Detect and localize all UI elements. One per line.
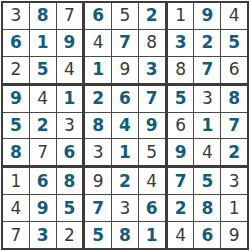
given-digit: 4 [37, 90, 48, 107]
solved-digit: 5 [37, 61, 49, 78]
sudoku-cell-r8c9[interactable]: 1 [221, 195, 247, 221]
sudoku-cell-r9c9[interactable]: 9 [221, 222, 247, 248]
given-digit: 3 [120, 200, 131, 217]
solved-digit: 9 [37, 200, 49, 217]
sudoku-cell-r3c7[interactable]: 8 [168, 57, 194, 83]
given-digit: 7 [64, 7, 75, 24]
solved-digit: 7 [92, 200, 104, 217]
solved-digit: 5 [201, 173, 213, 190]
solved-digit: 7 [175, 173, 187, 190]
sudoku-box-r0c0: 387619254 [3, 3, 82, 83]
sudoku-cell-r6c1[interactable]: 8 [3, 139, 29, 165]
given-digit: 3 [229, 173, 240, 190]
sudoku-cell-r9c3[interactable]: 2 [57, 222, 83, 248]
sudoku-cell-r8c8[interactable]: 8 [194, 195, 220, 221]
sudoku-cell-r3c6[interactable]: 3 [139, 57, 165, 83]
sudoku-cell-r5c5[interactable]: 4 [112, 113, 138, 139]
sudoku-cell-r6c3[interactable]: 6 [57, 139, 83, 165]
sudoku-cell-r7c2[interactable]: 6 [30, 168, 56, 194]
sudoku-cell-r4c5[interactable]: 6 [112, 86, 138, 112]
sudoku-cell-r3c8[interactable]: 7 [194, 57, 220, 83]
solved-digit: 6 [37, 173, 49, 190]
solved-digit: 8 [64, 173, 76, 190]
given-digit: 3 [10, 7, 21, 24]
sudoku-cell-r1c8[interactable]: 9 [194, 3, 220, 29]
sudoku-cell-r2c8[interactable]: 2 [194, 30, 220, 56]
sudoku-cell-r6c2[interactable]: 7 [30, 139, 56, 165]
solved-digit: 6 [64, 144, 76, 161]
sudoku-cell-r7c8[interactable]: 5 [194, 168, 220, 194]
sudoku-cell-r5c3[interactable]: 3 [57, 113, 83, 139]
sudoku-cell-r3c9[interactable]: 6 [221, 57, 247, 83]
sudoku-box-r0c1: 652478193 [85, 3, 164, 83]
given-digit: 4 [202, 144, 213, 161]
sudoku-box-r2c2: 753281469 [168, 168, 247, 248]
sudoku-cell-r1c7[interactable]: 1 [168, 3, 194, 29]
sudoku-cell-r2c2[interactable]: 1 [30, 30, 56, 56]
sudoku-cell-r5c2[interactable]: 2 [30, 113, 56, 139]
sudoku-cell-r3c4[interactable]: 1 [85, 57, 111, 83]
sudoku-cell-r7c1[interactable]: 1 [3, 168, 29, 194]
given-digit: 1 [229, 200, 240, 217]
given-digit: 6 [229, 61, 240, 78]
sudoku-cell-r9c4[interactable]: 5 [85, 222, 111, 248]
sudoku-cell-r4c7[interactable]: 5 [168, 86, 194, 112]
solved-digit: 7 [119, 34, 131, 51]
sudoku-cell-r7c3[interactable]: 8 [57, 168, 83, 194]
sudoku-box-r1c0: 941523876 [3, 86, 82, 166]
solved-digit: 8 [92, 117, 104, 134]
sudoku-cell-r2c1[interactable]: 6 [3, 30, 29, 56]
given-digit: 1 [10, 173, 21, 190]
sudoku-cell-r1c1[interactable]: 3 [3, 3, 29, 29]
solved-digit: 2 [119, 173, 131, 190]
given-digit: 8 [175, 61, 186, 78]
solved-digit: 1 [119, 144, 131, 161]
given-digit: 4 [10, 200, 21, 217]
solved-digit: 2 [146, 7, 158, 24]
sudoku-box-r1c1: 267849315 [85, 86, 164, 166]
sudoku-cell-r6c5[interactable]: 1 [112, 139, 138, 165]
sudoku-cell-r9c2[interactable]: 3 [30, 222, 56, 248]
sudoku-cell-r8c7[interactable]: 2 [168, 195, 194, 221]
solved-digit: 6 [10, 34, 22, 51]
solved-digit: 2 [175, 200, 187, 217]
solved-digit: 5 [10, 117, 22, 134]
sudoku-cell-r2c4[interactable]: 4 [85, 30, 111, 56]
solved-digit: 1 [64, 90, 76, 107]
sudoku-cell-r5c9[interactable]: 7 [221, 113, 247, 139]
solved-digit: 4 [119, 117, 131, 134]
sudoku-cell-r6c4[interactable]: 3 [85, 139, 111, 165]
sudoku-box-r2c0: 168495732 [3, 168, 82, 248]
sudoku-cell-r9c6[interactable]: 1 [139, 222, 165, 248]
sudoku-cell-r4c6[interactable]: 7 [139, 86, 165, 112]
given-digit: 3 [202, 90, 213, 107]
sudoku-cell-r2c3[interactable]: 9 [57, 30, 83, 56]
sudoku-cell-r8c3[interactable]: 5 [57, 195, 83, 221]
sudoku-cell-r5c4[interactable]: 8 [85, 113, 111, 139]
sudoku-cell-r4c3[interactable]: 1 [57, 86, 83, 112]
sudoku-box-r2c1: 924736581 [85, 168, 164, 248]
sudoku-cell-r4c1[interactable]: 9 [3, 86, 29, 112]
sudoku-cell-r3c1[interactable]: 2 [3, 57, 29, 83]
sudoku-cell-r4c9[interactable]: 8 [221, 86, 247, 112]
sudoku-board: 3876192546524781931943258769415238762678… [1, 1, 249, 250]
sudoku-cell-r8c5[interactable]: 3 [112, 195, 138, 221]
given-digit: 9 [229, 227, 240, 244]
solved-digit: 7 [146, 90, 158, 107]
sudoku-cell-r9c1[interactable]: 7 [3, 222, 29, 248]
given-digit: 8 [146, 34, 157, 51]
sudoku-cell-r5c1[interactable]: 5 [3, 113, 29, 139]
solved-digit: 3 [175, 34, 187, 51]
sudoku-cell-r1c3[interactable]: 7 [57, 3, 83, 29]
solved-digit: 8 [119, 227, 131, 244]
sudoku-cell-r1c5[interactable]: 5 [112, 3, 138, 29]
solved-digit: 5 [228, 34, 240, 51]
solved-digit: 9 [64, 34, 76, 51]
sudoku-cell-r3c5[interactable]: 9 [112, 57, 138, 83]
solved-digit: 8 [228, 90, 240, 107]
sudoku-cell-r1c9[interactable]: 4 [221, 3, 247, 29]
sudoku-cell-r5c8[interactable]: 1 [194, 113, 220, 139]
solved-digit: 9 [201, 7, 213, 24]
sudoku-cell-r5c7[interactable]: 6 [168, 113, 194, 139]
page: 3876192546524781931943258769415238762678… [0, 0, 250, 251]
given-digit: 4 [175, 227, 186, 244]
given-digit: 3 [64, 117, 75, 134]
sudoku-cell-r8c2[interactable]: 9 [30, 195, 56, 221]
sudoku-cell-r2c6[interactable]: 8 [139, 30, 165, 56]
solved-digit: 5 [92, 227, 104, 244]
solved-digit: 7 [228, 117, 240, 134]
sudoku-cell-r8c1[interactable]: 4 [3, 195, 29, 221]
sudoku-cell-r7c6[interactable]: 4 [139, 168, 165, 194]
given-digit: 4 [229, 7, 240, 24]
sudoku-box-r0c2: 194325876 [168, 3, 247, 83]
sudoku-cell-r5c6[interactable]: 9 [139, 113, 165, 139]
sudoku-cell-r9c7[interactable]: 4 [168, 222, 194, 248]
sudoku-cell-r8c6[interactable]: 6 [139, 195, 165, 221]
solved-digit: 6 [146, 200, 158, 217]
sudoku-cell-r4c2[interactable]: 4 [30, 86, 56, 112]
solved-digit: 2 [37, 117, 49, 134]
given-digit: 4 [146, 173, 157, 190]
given-digit: 6 [175, 117, 186, 134]
solved-digit: 9 [146, 117, 158, 134]
given-digit: 4 [64, 61, 75, 78]
given-digit: 4 [93, 34, 104, 51]
solved-digit: 1 [146, 227, 158, 244]
given-digit: 3 [93, 144, 104, 161]
sudoku-cell-r7c5[interactable]: 2 [112, 168, 138, 194]
solved-digit: 5 [64, 200, 76, 217]
solved-digit: 3 [146, 61, 158, 78]
solved-digit: 1 [92, 61, 104, 78]
sudoku-cell-r8c4[interactable]: 7 [85, 195, 111, 221]
solved-digit: 9 [175, 144, 187, 161]
solved-digit: 8 [201, 200, 213, 217]
solved-digit: 6 [119, 90, 131, 107]
solved-digit: 6 [201, 227, 213, 244]
solved-digit: 1 [201, 117, 213, 134]
given-digit: 9 [120, 61, 131, 78]
sudoku-cell-r4c4[interactable]: 2 [85, 86, 111, 112]
sudoku-cell-r1c6[interactable]: 2 [139, 3, 165, 29]
given-digit: 5 [120, 7, 131, 24]
given-digit: 9 [93, 173, 104, 190]
sudoku-cell-r7c7[interactable]: 7 [168, 168, 194, 194]
sudoku-cell-r3c2[interactable]: 5 [30, 57, 56, 83]
sudoku-cell-r2c9[interactable]: 5 [221, 30, 247, 56]
solved-digit: 8 [37, 7, 49, 24]
given-digit: 7 [10, 227, 21, 244]
given-digit: 2 [64, 227, 75, 244]
sudoku-cell-r7c4[interactable]: 9 [85, 168, 111, 194]
sudoku-cell-r9c5[interactable]: 8 [112, 222, 138, 248]
solved-digit: 2 [92, 90, 104, 107]
sudoku-cell-r6c7[interactable]: 9 [168, 139, 194, 165]
sudoku-cell-r6c8[interactable]: 4 [194, 139, 220, 165]
solved-digit: 2 [228, 144, 240, 161]
solved-digit: 6 [92, 7, 104, 24]
sudoku-cell-r2c7[interactable]: 3 [168, 30, 194, 56]
given-digit: 1 [175, 7, 186, 24]
sudoku-cell-r1c2[interactable]: 8 [30, 3, 56, 29]
solved-digit: 3 [37, 227, 49, 244]
sudoku-cell-r7c9[interactable]: 3 [221, 168, 247, 194]
sudoku-cell-r9c8[interactable]: 6 [194, 222, 220, 248]
sudoku-cell-r6c9[interactable]: 2 [221, 139, 247, 165]
given-digit: 5 [146, 144, 157, 161]
sudoku-cell-r6c6[interactable]: 5 [139, 139, 165, 165]
solved-digit: 5 [175, 90, 187, 107]
solved-digit: 2 [201, 34, 213, 51]
sudoku-cell-r2c5[interactable]: 7 [112, 30, 138, 56]
sudoku-cell-r1c4[interactable]: 6 [85, 3, 111, 29]
sudoku-box-r1c2: 538617942 [168, 86, 247, 166]
sudoku-cell-r4c8[interactable]: 3 [194, 86, 220, 112]
given-digit: 2 [10, 61, 21, 78]
solved-digit: 7 [201, 61, 213, 78]
solved-digit: 9 [10, 90, 22, 107]
solved-digit: 1 [37, 34, 49, 51]
given-digit: 7 [37, 144, 48, 161]
sudoku-cell-r3c3[interactable]: 4 [57, 57, 83, 83]
solved-digit: 8 [10, 144, 22, 161]
